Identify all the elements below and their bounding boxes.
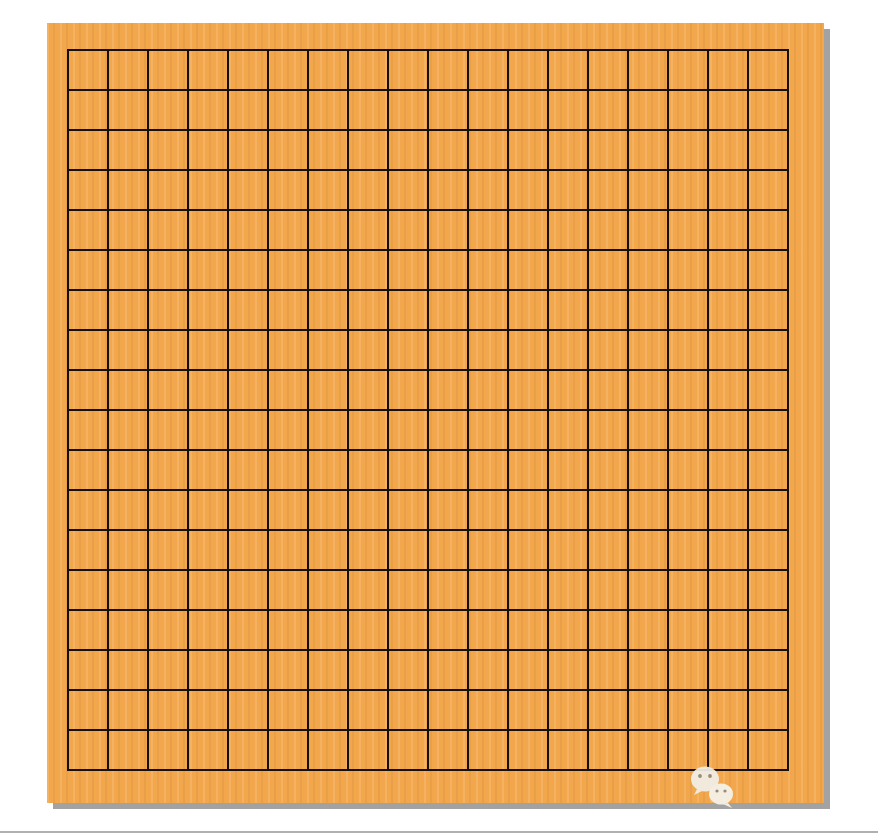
watermark: [687, 764, 744, 810]
row-labels-right: [831, 23, 875, 803]
go-board: [47, 23, 824, 803]
go-diagram-screenshot: [0, 0, 878, 835]
column-labels-bottom: [47, 808, 824, 832]
column-labels-top: [47, 0, 824, 23]
row-labels-left: [0, 23, 44, 803]
board-grid: [48, 30, 808, 790]
wechat-logo-icon: [687, 764, 739, 810]
frame-bottom-line: [0, 831, 878, 833]
